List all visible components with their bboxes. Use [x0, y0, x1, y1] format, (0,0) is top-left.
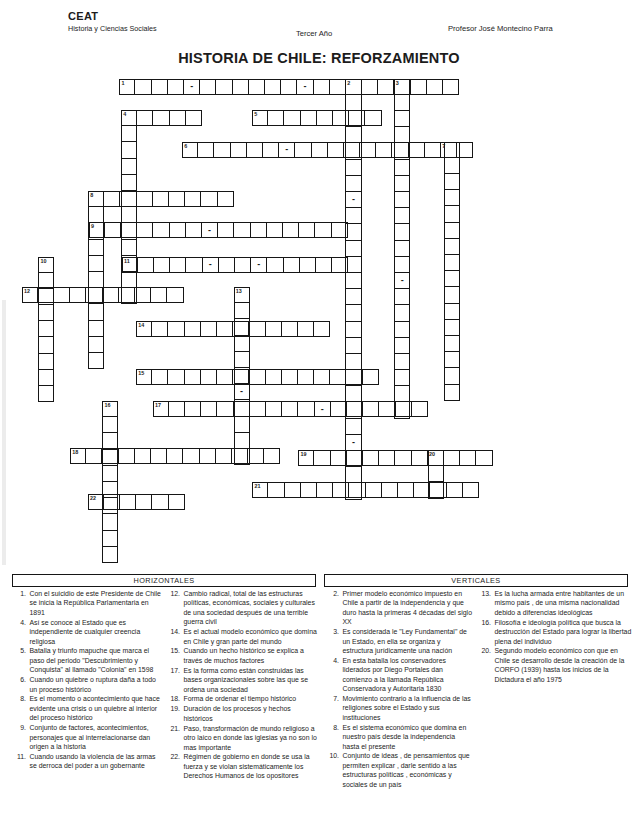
grid-cell[interactable]	[366, 482, 382, 498]
grid-cell[interactable]	[345, 402, 361, 418]
grid-cell[interactable]	[88, 207, 104, 223]
grid-cell[interactable]	[167, 287, 183, 303]
grid-cell[interactable]	[314, 369, 330, 385]
grid-cell[interactable]	[443, 79, 459, 95]
grid-cell[interactable]	[249, 79, 265, 95]
grid-cell[interactable]	[394, 370, 410, 386]
grid-cell[interactable]	[345, 451, 361, 467]
grid-cell[interactable]	[444, 158, 460, 174]
grid-cell[interactable]	[121, 126, 137, 142]
grid-cell[interactable]	[38, 370, 54, 386]
grid-cell[interactable]	[217, 321, 233, 337]
grid-cell[interactable]	[102, 531, 118, 547]
grid-cell[interactable]	[363, 401, 379, 417]
grid-cell[interactable]	[121, 272, 137, 288]
grid-cell[interactable]: 17	[153, 401, 169, 417]
grid-cell[interactable]	[135, 287, 151, 303]
grid-cell[interactable]	[153, 222, 169, 238]
clue-item-number: 17.	[166, 666, 184, 694]
grid-cell[interactable]	[152, 369, 168, 385]
grid-cell[interactable]	[345, 143, 361, 159]
grid-cell[interactable]	[300, 257, 316, 273]
grid-cell[interactable]	[234, 433, 250, 449]
grid-cell[interactable]	[234, 303, 250, 319]
clue-item-number: 11.	[12, 752, 30, 771]
grid-cell[interactable]	[317, 110, 333, 126]
grid-cell[interactable]	[201, 401, 217, 417]
grid-cell[interactable]	[121, 256, 137, 272]
grid-cell[interactable]	[268, 482, 284, 498]
grid-cell[interactable]	[136, 494, 152, 510]
grid-cell[interactable]	[476, 450, 492, 466]
grid-cell[interactable]	[183, 448, 199, 464]
clue-item: 19.Duración de los procesos y hechos his…	[166, 704, 318, 723]
grid-cell[interactable]	[394, 386, 410, 402]
clue-item: 22.Régimen de gobierno en donde se usa l…	[166, 752, 318, 780]
grid-cell[interactable]	[103, 287, 119, 303]
grid-cell[interactable]	[137, 110, 153, 126]
grid-cell[interactable]	[185, 191, 201, 207]
grid-cell[interactable]	[219, 257, 235, 273]
grid-cell[interactable]	[234, 352, 250, 368]
grid-cell[interactable]	[314, 79, 330, 95]
grid-cell[interactable]: -	[345, 192, 361, 208]
grid-cell[interactable]	[285, 482, 301, 498]
grid-cell[interactable]	[345, 370, 361, 386]
grid-cell[interactable]	[263, 142, 279, 158]
grid-cell[interactable]	[152, 79, 168, 95]
grid-cell[interactable]	[38, 337, 54, 353]
grid-cell[interactable]	[266, 321, 282, 337]
clue-item-text: Cambio radical, total de las estructuras…	[184, 589, 319, 627]
clue-item: 21.Paso, transformación de mundo religio…	[166, 724, 318, 752]
grid-cell[interactable]	[170, 110, 186, 126]
grid-cell[interactable]	[428, 482, 444, 498]
grid-cell[interactable]	[248, 448, 264, 464]
grid-cell[interactable]	[345, 322, 361, 338]
grid-cell[interactable]	[345, 127, 361, 143]
grid-cell[interactable]	[444, 352, 460, 368]
grid-cell[interactable]: -	[345, 435, 361, 451]
grid-cell[interactable]	[382, 482, 398, 498]
grid-cell[interactable]	[151, 448, 167, 464]
clue-item-text: Régimen de gobierno en donde se usa la f…	[184, 752, 319, 780]
grid-cell[interactable]	[38, 321, 54, 337]
grid-cell[interactable]	[394, 192, 410, 208]
grid-cell[interactable]	[267, 222, 283, 238]
grid-cell[interactable]	[330, 369, 346, 385]
grid-cell[interactable]: -	[203, 257, 219, 273]
grid-cell[interactable]	[345, 241, 361, 257]
grid-cell[interactable]	[249, 369, 265, 385]
grid-cell[interactable]	[264, 448, 280, 464]
grid-cell[interactable]	[281, 79, 297, 95]
grid-cell[interactable]	[235, 257, 251, 273]
grid-cell[interactable]: -	[251, 257, 267, 273]
grid-cell[interactable]	[135, 79, 151, 95]
grid-cell[interactable]	[328, 142, 344, 158]
grid-cell[interactable]	[121, 110, 137, 126]
grid-cell[interactable]	[394, 127, 410, 143]
grid-cell[interactable]	[444, 239, 460, 255]
grid-cell[interactable]: 12	[22, 287, 38, 303]
grid-cell[interactable]	[394, 322, 410, 338]
grid-cell[interactable]	[284, 257, 300, 273]
grid-cell[interactable]	[376, 142, 392, 158]
grid-cell[interactable]	[360, 142, 376, 158]
grid-cell[interactable]	[121, 191, 137, 207]
grid-cell[interactable]: 5	[252, 110, 268, 126]
clue-number: 17	[155, 402, 161, 408]
grid-cell[interactable]	[169, 494, 185, 510]
grid-cell[interactable]	[394, 208, 410, 224]
grid-cell[interactable]	[317, 482, 333, 498]
grid-cell[interactable]	[231, 142, 247, 158]
grid-cell[interactable]	[170, 222, 186, 238]
grid-cell[interactable]	[298, 321, 314, 337]
grid-cell[interactable]	[88, 256, 104, 272]
grid-cell[interactable]	[186, 110, 202, 126]
hyphen-mark: -	[279, 143, 294, 157]
grid-cell[interactable]	[411, 79, 427, 95]
grid-cell[interactable]: -	[394, 273, 410, 289]
grid-cell[interactable]	[345, 354, 361, 370]
grid-cell[interactable]	[200, 79, 216, 95]
grid-cell[interactable]	[120, 494, 136, 510]
grid-cell[interactable]	[216, 79, 232, 95]
grid-cell[interactable]	[185, 401, 201, 417]
grid-cell[interactable]	[314, 450, 330, 466]
grid-cell[interactable]	[121, 159, 137, 175]
grid-cell[interactable]	[394, 338, 410, 354]
grid-cell[interactable]	[378, 79, 394, 95]
grid-cell[interactable]	[394, 402, 410, 418]
grid-cell[interactable]	[102, 450, 118, 466]
grid-cell[interactable]	[102, 417, 118, 433]
grid-cell[interactable]	[234, 400, 250, 416]
grid-cell[interactable]	[444, 174, 460, 190]
grid-cell[interactable]	[345, 483, 361, 499]
grid-cell[interactable]	[282, 321, 298, 337]
grid-cell[interactable]	[444, 190, 460, 206]
grid-cell[interactable]	[345, 305, 361, 321]
grid-cell[interactable]	[234, 449, 250, 465]
clue-item-text: Batalla y triunfo mapuche que marca el p…	[30, 646, 165, 674]
clue-item-number: 6.	[12, 675, 30, 694]
grid-cell[interactable]	[362, 79, 378, 95]
grid-cell[interactable]	[444, 304, 460, 320]
grid-cell[interactable]	[137, 222, 153, 238]
grid-cell[interactable]	[460, 450, 476, 466]
grid-cell[interactable]	[447, 482, 463, 498]
grid-cell[interactable]	[137, 191, 153, 207]
grid-cell[interactable]	[38, 386, 54, 402]
grid-cell[interactable]	[152, 494, 168, 510]
grid-cell[interactable]	[428, 450, 444, 466]
grid-cell[interactable]	[168, 79, 184, 95]
grid-cell[interactable]	[217, 401, 233, 417]
grid-cell[interactable]	[394, 305, 410, 321]
grid-cell[interactable]	[88, 304, 104, 320]
grid-cell[interactable]	[425, 142, 441, 158]
grid-cell[interactable]	[330, 79, 346, 95]
grid-cell[interactable]	[412, 401, 428, 417]
grid-cell[interactable]	[345, 224, 361, 240]
grid-cell[interactable]	[444, 385, 460, 401]
grid-cell[interactable]	[379, 450, 395, 466]
grid-cell[interactable]	[88, 353, 104, 369]
grid-cell[interactable]	[398, 482, 414, 498]
grid-cell[interactable]	[314, 321, 330, 337]
grid-cell[interactable]	[444, 223, 460, 239]
grid-cell[interactable]	[316, 257, 332, 273]
grid-cell[interactable]	[38, 354, 54, 370]
grid-cell[interactable]	[266, 369, 282, 385]
grid-cell[interactable]	[170, 257, 186, 273]
grid-cell[interactable]	[282, 369, 298, 385]
grid-cell[interactable]	[315, 222, 331, 238]
grid-cell[interactable]	[104, 191, 120, 207]
grid-cell[interactable]: 14	[136, 321, 152, 337]
grid-cell[interactable]	[267, 257, 283, 273]
grid-cell[interactable]: -	[234, 384, 250, 400]
grid-cell[interactable]	[444, 450, 460, 466]
grid-cell[interactable]	[234, 319, 250, 335]
grid-cell[interactable]	[299, 222, 315, 238]
grid-cell[interactable]	[379, 401, 395, 417]
grid-cell[interactable]	[345, 208, 361, 224]
grid-cell[interactable]	[169, 401, 185, 417]
grid-cell[interactable]: 10	[38, 257, 54, 273]
grid-cell[interactable]	[394, 176, 410, 192]
grid-cell[interactable]	[249, 321, 265, 337]
grid-cell[interactable]	[345, 95, 361, 111]
grid-cell[interactable]	[266, 401, 282, 417]
grid-cell[interactable]	[282, 401, 298, 417]
grid-cell[interactable]	[38, 273, 54, 289]
grid-cell[interactable]	[345, 467, 361, 483]
grid-cell[interactable]	[102, 547, 118, 563]
grid-cell[interactable]	[345, 160, 361, 176]
grid-cell[interactable]	[38, 305, 54, 321]
grid-cell[interactable]	[363, 450, 379, 466]
grid-cell[interactable]	[363, 369, 379, 385]
clue-item: 4.Así se conoce al Estado que es indepen…	[12, 618, 164, 646]
grid-cell[interactable]	[444, 206, 460, 222]
grid-cell[interactable]	[102, 498, 118, 514]
grid-cell[interactable]	[412, 450, 428, 466]
grid-cell[interactable]	[218, 191, 234, 207]
grid-cell[interactable]	[394, 224, 410, 240]
grid-cell[interactable]	[345, 289, 361, 305]
grid-cell[interactable]	[151, 287, 167, 303]
grid-cell[interactable]	[167, 448, 183, 464]
grid-cell[interactable]	[38, 289, 54, 305]
clue-item: 12.Cambio radical, total de las estructu…	[166, 589, 318, 627]
clue-item-text: Es el sistema económico que domina en nu…	[343, 723, 474, 751]
grid-cell[interactable]	[394, 143, 410, 159]
grid-cell[interactable]	[138, 257, 154, 273]
grid-cell[interactable]	[102, 466, 118, 482]
grid-cell[interactable]	[345, 273, 361, 289]
grid-cell[interactable]: 13	[234, 287, 250, 303]
grid-cell[interactable]	[88, 337, 104, 353]
grid-cell[interactable]: -	[297, 79, 313, 95]
grid-cell[interactable]	[395, 450, 411, 466]
grid-cell[interactable]	[186, 222, 202, 238]
grid-cell[interactable]	[88, 191, 104, 207]
grid-cell[interactable]	[186, 257, 202, 273]
grid-cell[interactable]: -	[202, 222, 218, 238]
grid-cell[interactable]	[121, 223, 137, 239]
grid-cell[interactable]	[234, 368, 250, 384]
grid-cell[interactable]	[135, 448, 151, 464]
grid-cell[interactable]	[88, 223, 104, 239]
grid-cell[interactable]: 19	[298, 450, 314, 466]
grid-cell[interactable]	[295, 142, 311, 158]
grid-cell[interactable]	[102, 514, 118, 530]
grid-cell[interactable]	[298, 401, 314, 417]
grid-cell[interactable]	[345, 111, 361, 127]
grid-cell[interactable]: 21	[252, 482, 268, 498]
grid-cell[interactable]	[88, 240, 104, 256]
grid-cell[interactable]	[234, 222, 250, 238]
grid-cell[interactable]	[312, 142, 328, 158]
grid-cell[interactable]	[298, 369, 314, 385]
grid-cell[interactable]	[121, 240, 137, 256]
grid-cell[interactable]: 16	[102, 401, 118, 417]
grid-cell[interactable]	[168, 321, 184, 337]
clue-item-text: Es el momento o acontecimiento que hace …	[30, 694, 165, 722]
grid-cell[interactable]	[216, 448, 232, 464]
grid-cell[interactable]	[152, 321, 168, 337]
grid-cell[interactable]	[345, 176, 361, 192]
grid-cell[interactable]	[268, 110, 284, 126]
hyphen-mark: -	[395, 273, 409, 288]
grid-cell[interactable]	[233, 79, 249, 95]
grid-cell[interactable]: -	[279, 142, 295, 158]
grid-cell[interactable]	[428, 466, 444, 482]
grid-cell[interactable]	[201, 191, 217, 207]
grid-cell[interactable]	[345, 419, 361, 435]
word-6-across: 6-7	[182, 142, 473, 158]
grid-cell[interactable]: 15	[136, 369, 152, 385]
grid-cell[interactable]	[54, 287, 70, 303]
clue-item-text: Así se conoce al Estado que es independi…	[30, 618, 165, 646]
grid-cell[interactable]	[121, 288, 137, 304]
grid-cell[interactable]	[154, 257, 170, 273]
grid-cell[interactable]	[70, 287, 86, 303]
grid-cell[interactable]	[200, 448, 216, 464]
grid-cell[interactable]	[121, 207, 137, 223]
clue-item-number: 5.	[12, 646, 30, 674]
grid-cell[interactable]	[153, 191, 169, 207]
hyphen-mark: -	[315, 402, 330, 416]
grid-cell[interactable]: -	[315, 401, 331, 417]
grid-cell[interactable]	[444, 336, 460, 352]
grid-cell[interactable]	[218, 222, 234, 238]
grid-cell[interactable]	[198, 142, 214, 158]
grid-cell[interactable]: 6	[182, 142, 198, 158]
grid-cell[interactable]	[463, 482, 479, 498]
grid-cell[interactable]	[444, 271, 460, 287]
grid-cell[interactable]	[88, 288, 104, 304]
grid-cell[interactable]	[214, 142, 230, 158]
grid-cell[interactable]	[394, 160, 410, 176]
hyphen-mark: -	[202, 223, 217, 237]
grid-cell[interactable]	[301, 482, 317, 498]
grid-cell[interactable]	[444, 142, 460, 158]
grid-cell[interactable]	[168, 369, 184, 385]
grid-cell[interactable]	[250, 401, 266, 417]
grid-cell[interactable]	[119, 448, 135, 464]
grid-cell[interactable]	[217, 369, 233, 385]
grid-cell[interactable]	[185, 369, 201, 385]
hyphen-mark: -	[251, 258, 266, 272]
grid-cell[interactable]	[169, 191, 185, 207]
grid-cell[interactable]	[394, 354, 410, 370]
grid-cell[interactable]	[102, 482, 118, 498]
grid-cell[interactable]: 1	[119, 79, 135, 95]
grid-cell[interactable]	[201, 321, 217, 337]
grid-cell[interactable]	[444, 287, 460, 303]
grid-cell[interactable]	[88, 272, 104, 288]
grid-cell[interactable]	[394, 257, 410, 273]
grid-cell[interactable]	[444, 320, 460, 336]
grid-cell[interactable]	[88, 321, 104, 337]
grid-cell[interactable]	[444, 368, 460, 384]
grid-cell[interactable]	[265, 79, 281, 95]
grid-cell[interactable]	[394, 79, 410, 95]
grid-cell[interactable]	[394, 241, 410, 257]
grid-cell[interactable]	[251, 222, 267, 238]
clue-item-text: Es la forma como están construidas las b…	[184, 666, 319, 694]
grid-cell[interactable]	[121, 142, 137, 158]
grid-cell[interactable]	[365, 110, 381, 126]
grid-cell[interactable]	[247, 142, 263, 158]
grid-cell[interactable]	[102, 433, 118, 449]
grid-cell[interactable]	[283, 222, 299, 238]
clue-number: 12	[24, 288, 30, 294]
grid-cell[interactable]	[234, 417, 250, 433]
grid-cell[interactable]	[234, 336, 250, 352]
verticales-header: VERTICALES	[324, 574, 628, 587]
grid-cell[interactable]	[185, 321, 201, 337]
word-3-down: -	[394, 79, 410, 419]
grid-cell[interactable]	[105, 222, 121, 238]
grid-cell[interactable]	[345, 338, 361, 354]
grid-cell[interactable]: -	[184, 79, 200, 95]
grid-cell[interactable]	[444, 255, 460, 271]
grid-cell[interactable]	[201, 369, 217, 385]
grid-cell[interactable]	[153, 110, 169, 126]
grid-cell[interactable]: 18	[70, 448, 86, 464]
clue-item-number: 19.	[166, 704, 184, 723]
grid-cell[interactable]	[345, 257, 361, 273]
grid-cell[interactable]	[427, 79, 443, 95]
grid-cell[interactable]	[86, 448, 102, 464]
grid-cell[interactable]	[121, 175, 137, 191]
grid-cell[interactable]	[345, 79, 361, 95]
grid-cell[interactable]	[394, 95, 410, 111]
grid-cell[interactable]	[409, 142, 425, 158]
clue-item-number: 8.	[12, 694, 30, 722]
grid-cell[interactable]	[394, 289, 410, 305]
grid-cell[interactable]	[394, 111, 410, 127]
grid-cell[interactable]	[284, 110, 300, 126]
grid-cell[interactable]	[345, 386, 361, 402]
grid-cell[interactable]	[301, 110, 317, 126]
